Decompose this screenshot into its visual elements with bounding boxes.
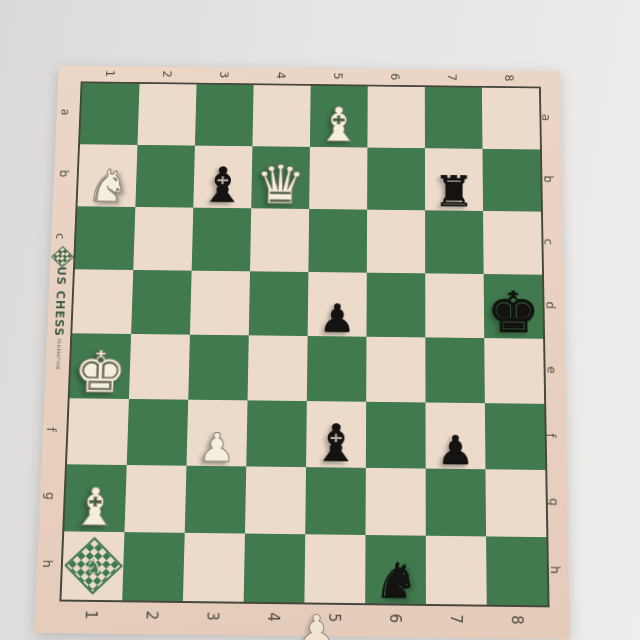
black-bishop-f5: ♝ (312, 421, 360, 468)
file-label-right-e: e (544, 366, 559, 374)
playing-area: ♝♞♝♛♜♟♚♚♟♝♟♝♞♞ (59, 81, 549, 607)
square-c7 (425, 210, 484, 274)
black-bishop-b3: ♝ (199, 165, 246, 209)
square-h4 (244, 534, 306, 603)
square-a8 (482, 88, 540, 150)
square-h6: ♞ (365, 535, 426, 604)
square-f2 (127, 399, 189, 466)
file-label-right-h: h (547, 566, 562, 574)
rank-label-top-7: 7 (445, 74, 459, 81)
square-a5: ♝ (310, 86, 368, 148)
square-a3 (195, 84, 254, 146)
file-label-right-f: f (543, 433, 558, 437)
h1-corner-emblem-icon: ♞ (64, 537, 123, 595)
square-b6 (367, 148, 425, 211)
square-b1: ♞ (77, 144, 137, 207)
square-h7 (426, 536, 487, 605)
square-g5 (305, 467, 366, 535)
square-g6 (366, 468, 426, 536)
square-d6 (366, 273, 425, 338)
square-h5 (304, 534, 365, 603)
white-queen-b4: ♛ (255, 160, 307, 209)
square-g8 (485, 469, 546, 537)
square-e6 (366, 337, 425, 403)
rank-label-top-5: 5 (331, 72, 345, 79)
square-b3: ♝ (193, 146, 252, 209)
us-chess-logo-text: US CHESS (52, 266, 69, 337)
white-king-e1: ♚ (72, 346, 128, 399)
square-a7 (425, 87, 483, 149)
file-label-left-b: b (57, 170, 71, 177)
square-b7: ♜ (425, 148, 483, 211)
square-e5 (307, 336, 367, 402)
square-a4 (252, 85, 310, 147)
square-a2 (137, 84, 196, 146)
square-c8 (483, 211, 542, 275)
square-b2 (135, 145, 195, 208)
square-g7 (426, 469, 486, 537)
square-f4 (246, 400, 307, 467)
file-label-left-f: f (44, 427, 59, 431)
square-h2 (122, 532, 185, 601)
black-knight-h6: ♞ (373, 559, 418, 604)
chess-board: ♝♞♝♛♜♟♚♚♟♝♟♝♞♞ US CHESS FEDERATION 11223… (34, 66, 570, 640)
square-g2 (124, 465, 186, 533)
white-pawn-f3: ♟ (198, 430, 236, 466)
square-f6 (366, 402, 426, 469)
square-d7 (425, 273, 484, 338)
rank-label-top-4: 4 (274, 72, 288, 79)
rank-label-top-6: 6 (388, 73, 402, 80)
file-label-left-a: a (59, 109, 73, 116)
square-e8 (484, 338, 544, 404)
rank-label-bottom-4: 4 (264, 612, 282, 622)
white-bishop-a5: ♝ (316, 104, 362, 147)
square-e2 (129, 334, 190, 400)
square-f7: ♟ (425, 402, 485, 469)
square-e1: ♚ (70, 333, 131, 399)
rank-label-bottom-3: 3 (203, 611, 221, 621)
us-chess-logo-subtext: FEDERATION (55, 339, 61, 370)
square-b4: ♛ (251, 146, 310, 209)
black-pawn-f7: ♟ (437, 433, 474, 469)
white-knight-b1: ♞ (85, 166, 129, 206)
square-a6 (367, 86, 425, 148)
black-king-d8: ♚ (486, 287, 540, 339)
square-b5 (309, 147, 367, 210)
square-c5 (308, 209, 367, 273)
square-d3 (190, 271, 250, 336)
rank-label-bottom-1: 1 (81, 610, 99, 620)
square-c6 (367, 210, 425, 274)
square-f5: ♝ (306, 401, 366, 468)
square-d1 (72, 269, 133, 334)
square-g4 (245, 466, 306, 534)
rank-label-top-1: 1 (103, 70, 117, 77)
square-d5: ♟ (308, 272, 367, 337)
rank-label-bottom-6: 6 (386, 614, 404, 624)
square-f1 (67, 398, 129, 465)
square-g1: ♝ (64, 464, 126, 532)
file-label-right-d: d (543, 301, 558, 309)
square-h1: ♞ (61, 531, 124, 600)
square-e7 (425, 337, 484, 403)
square-a1 (80, 83, 140, 145)
square-f3: ♟ (186, 400, 247, 467)
square-h8 (486, 536, 547, 605)
off-board-white-piece: ♟ (296, 612, 337, 640)
rank-label-bottom-2: 2 (142, 611, 160, 621)
corner-knight-icon: ♞ (84, 556, 103, 576)
square-h3 (183, 533, 245, 602)
file-label-left-g: g (43, 492, 58, 500)
rank-label-top-8: 8 (502, 74, 516, 81)
file-label-left-c: c (53, 233, 68, 240)
rank-label-bottom-7: 7 (447, 614, 465, 624)
rank-label-top-2: 2 (160, 71, 174, 78)
square-g3 (185, 466, 247, 534)
file-label-right-a: a (540, 114, 554, 121)
black-pawn-d5: ♟ (319, 301, 356, 336)
file-label-right-g: g (546, 498, 561, 506)
square-b8 (482, 149, 541, 212)
white-bishop-g1: ♝ (70, 485, 119, 532)
square-e4 (248, 335, 308, 401)
square-f8 (485, 403, 545, 470)
square-e3 (188, 335, 249, 401)
file-label-right-c: c (542, 238, 556, 245)
square-d8: ♚ (484, 274, 543, 339)
rank-label-top-3: 3 (217, 71, 231, 78)
square-c4 (250, 208, 309, 272)
square-c3 (192, 208, 252, 272)
table-surface: ♝♞♝♛♜♟♚♚♟♝♟♝♞♞ US CHESS FEDERATION 11223… (0, 0, 640, 640)
us-chess-knight-emblem-icon (51, 246, 74, 268)
rank-label-bottom-8: 8 (508, 615, 526, 625)
black-rook-b7: ♜ (433, 172, 474, 211)
square-c2 (133, 207, 193, 271)
file-label-left-h: h (40, 560, 55, 568)
file-label-right-b: b (541, 175, 555, 182)
square-d2 (131, 270, 192, 335)
square-c1 (75, 206, 135, 270)
square-d4 (249, 271, 309, 336)
